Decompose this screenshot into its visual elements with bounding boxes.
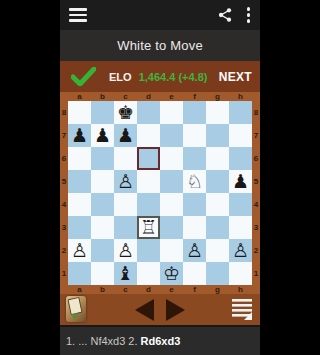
square-c7[interactable]: ♟ — [114, 124, 137, 147]
square-d2[interactable] — [137, 239, 160, 262]
square-c6[interactable] — [114, 147, 137, 170]
square-h1[interactable] — [229, 262, 252, 285]
rank-label-4-right: 4 — [252, 193, 260, 216]
square-f5[interactable]: ♘ — [183, 170, 206, 193]
elo-rating-value: 1,464.4 (+4.8) — [139, 71, 208, 83]
square-h2[interactable]: ♙ — [229, 239, 252, 262]
file-label-f: f — [183, 285, 206, 294]
elo-label: ELO — [109, 71, 132, 83]
rank-label-3-right: 3 — [252, 216, 260, 239]
square-e5[interactable] — [160, 170, 183, 193]
square-g3[interactable] — [206, 216, 229, 239]
square-d8[interactable] — [137, 101, 160, 124]
square-g7[interactable] — [206, 124, 229, 147]
rank-label-6-left: 6 — [60, 147, 68, 170]
chess-board: abcdefgh 8♚87♟♟♟7665♙♘♟5443♖32♙♙♙♙21♝♔1 … — [60, 92, 260, 294]
square-h3[interactable] — [229, 216, 252, 239]
square-c5[interactable]: ♙ — [114, 170, 137, 193]
square-a3[interactable] — [68, 216, 91, 239]
rank-label-2-left: 2 — [60, 239, 68, 262]
square-f2[interactable]: ♙ — [183, 239, 206, 262]
square-e1[interactable]: ♔ — [160, 262, 183, 285]
file-label-h: h — [229, 92, 252, 101]
square-e4[interactable] — [160, 193, 183, 216]
move-list-icon[interactable] — [231, 298, 253, 321]
rank-label-2-right: 2 — [252, 239, 260, 262]
square-c8[interactable]: ♚ — [114, 101, 137, 124]
square-h8[interactable] — [229, 101, 252, 124]
square-d1[interactable] — [137, 262, 160, 285]
square-b7[interactable]: ♟ — [91, 124, 114, 147]
rank-label-5-right: 5 — [252, 170, 260, 193]
file-label-a: a — [68, 285, 91, 294]
square-c3[interactable] — [114, 216, 137, 239]
file-label-g: g — [206, 92, 229, 101]
square-d7[interactable] — [137, 124, 160, 147]
rank-label-1-right: 1 — [252, 262, 260, 285]
overflow-menu-icon[interactable] — [246, 5, 251, 24]
square-c1[interactable]: ♝ — [114, 262, 137, 285]
puzzle-thumbnail[interactable]: ✔ — [66, 296, 86, 322]
current-move: Rd6xd3 — [141, 335, 181, 347]
square-f4[interactable] — [183, 193, 206, 216]
square-f7[interactable] — [183, 124, 206, 147]
rank-label-8-left: 8 — [60, 101, 68, 124]
hamburger-menu-icon[interactable] — [69, 8, 87, 21]
rank-label-6-right: 6 — [252, 147, 260, 170]
square-g6[interactable] — [206, 147, 229, 170]
square-d4[interactable] — [137, 193, 160, 216]
square-b6[interactable] — [91, 147, 114, 170]
file-label-h: h — [229, 285, 252, 294]
square-a2[interactable]: ♙ — [68, 239, 91, 262]
square-g5[interactable] — [206, 170, 229, 193]
file-label-e: e — [160, 285, 183, 294]
square-g1[interactable] — [206, 262, 229, 285]
elo-status-bar: ELO 1,464.4 (+4.8) NEXT — [60, 61, 260, 92]
bottom-nav-bar: ✔ — [60, 294, 260, 325]
square-c2[interactable]: ♙ — [114, 239, 137, 262]
square-g2[interactable] — [206, 239, 229, 262]
file-label-b: b — [91, 285, 114, 294]
file-label-c: c — [114, 285, 137, 294]
move-list-bar: 1. ... Nf4xd3 2. Rd6xd3 — [60, 325, 260, 355]
file-label-g: g — [206, 285, 229, 294]
forward-arrow-button[interactable] — [166, 299, 185, 321]
file-label-f: f — [183, 92, 206, 101]
square-b1[interactable] — [91, 262, 114, 285]
back-arrow-button[interactable] — [135, 299, 154, 321]
square-a1[interactable] — [68, 262, 91, 285]
rank-label-5-left: 5 — [60, 170, 68, 193]
file-label-d: d — [137, 92, 160, 101]
square-h6[interactable] — [229, 147, 252, 170]
square-b3[interactable] — [91, 216, 114, 239]
square-b8[interactable] — [91, 101, 114, 124]
top-app-bar — [60, 0, 260, 30]
square-b4[interactable] — [91, 193, 114, 216]
next-puzzle-button[interactable]: NEXT — [219, 70, 252, 84]
file-label-b: b — [91, 92, 114, 101]
rank-label-1-left: 1 — [60, 262, 68, 285]
square-d3[interactable]: ♖ — [137, 216, 160, 239]
title-bar: White to Move — [60, 30, 260, 61]
square-e2[interactable] — [160, 239, 183, 262]
square-a6[interactable] — [68, 147, 91, 170]
page-title: White to Move — [117, 38, 203, 53]
share-icon[interactable] — [217, 7, 233, 23]
success-check-icon — [71, 67, 96, 86]
square-g4[interactable] — [206, 193, 229, 216]
file-label-d: d — [137, 285, 160, 294]
file-label-e: e — [160, 92, 183, 101]
rank-label-8-right: 8 — [252, 101, 260, 124]
rank-label-7-right: 7 — [252, 124, 260, 147]
square-b2[interactable] — [91, 239, 114, 262]
rank-label-7-left: 7 — [60, 124, 68, 147]
square-d6[interactable] — [137, 147, 160, 170]
square-f8[interactable] — [183, 101, 206, 124]
file-labels-top: abcdefgh — [60, 92, 260, 101]
app-window: White to Move ELO 1,464.4 (+4.8) NEXT ab… — [60, 0, 260, 355]
file-label-a: a — [68, 92, 91, 101]
square-h4[interactable] — [229, 193, 252, 216]
square-a5[interactable] — [68, 170, 91, 193]
square-h5[interactable]: ♟ — [229, 170, 252, 193]
square-e3[interactable] — [160, 216, 183, 239]
square-a4[interactable] — [68, 193, 91, 216]
square-f3[interactable] — [183, 216, 206, 239]
rank-label-4-left: 4 — [60, 193, 68, 216]
move-list-prefix: 1. ... Nf4xd3 2. — [66, 335, 141, 347]
square-h7[interactable] — [229, 124, 252, 147]
square-e6[interactable] — [160, 147, 183, 170]
square-a7[interactable]: ♟ — [68, 124, 91, 147]
square-g8[interactable] — [206, 101, 229, 124]
square-c4[interactable] — [114, 193, 137, 216]
file-labels-bottom: abcdefgh — [60, 285, 260, 294]
file-label-c: c — [114, 92, 137, 101]
square-b5[interactable] — [91, 170, 114, 193]
square-f6[interactable] — [183, 147, 206, 170]
square-e7[interactable] — [160, 124, 183, 147]
square-f1[interactable] — [183, 262, 206, 285]
square-a8[interactable] — [68, 101, 91, 124]
square-d5[interactable] — [137, 170, 160, 193]
square-e8[interactable] — [160, 101, 183, 124]
rank-label-3-left: 3 — [60, 216, 68, 239]
